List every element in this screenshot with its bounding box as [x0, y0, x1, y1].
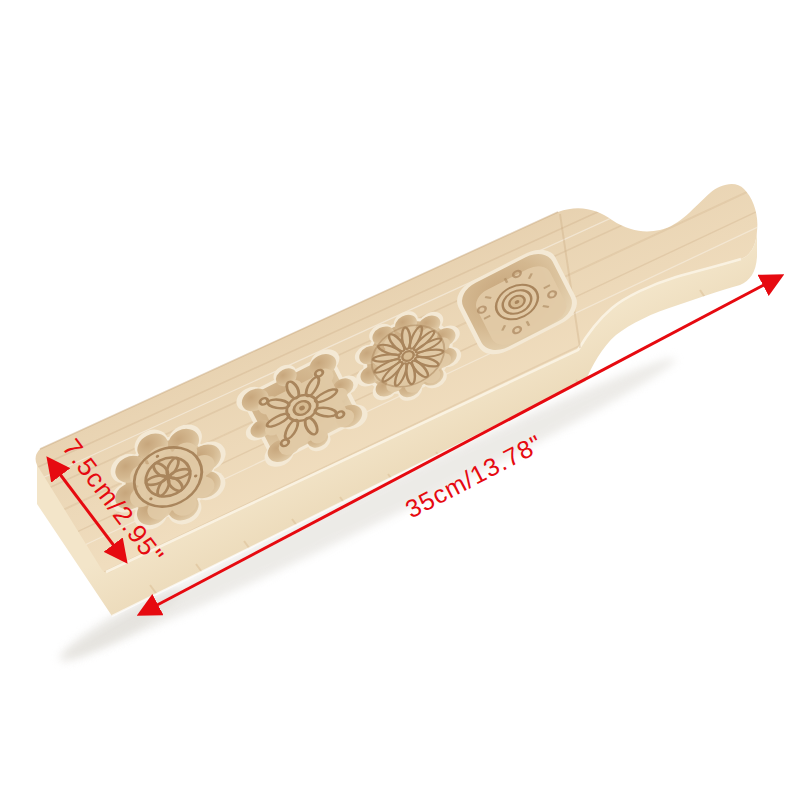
product-photo-canvas: 35cm/13.78" 7.5cm/2.95": [0, 0, 800, 800]
product-photo: 35cm/13.78" 7.5cm/2.95": [0, 0, 800, 800]
